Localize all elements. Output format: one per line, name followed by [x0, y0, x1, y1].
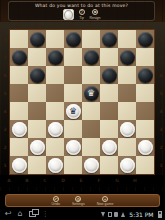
white-man[interactable]	[12, 158, 27, 173]
white-man[interactable]	[120, 122, 135, 137]
white-man[interactable]	[30, 140, 45, 155]
square-b2[interactable]	[28, 138, 46, 156]
coordinate-label: 8	[157, 30, 165, 48]
move-dialog: What do you want to do at this move? ?Ti…	[8, 1, 155, 21]
square-f4[interactable]	[100, 102, 118, 120]
coordinate-label: C	[46, 22, 64, 30]
square-b6[interactable]	[28, 66, 46, 84]
square-e5[interactable]: ♛	[82, 84, 100, 102]
resign-icon: ⚑	[92, 9, 98, 15]
rank-labels-right: 87654321	[157, 30, 165, 174]
king-crown-icon: ♛	[84, 86, 99, 101]
square-d2[interactable]	[64, 138, 82, 156]
square-a6[interactable]	[10, 66, 28, 84]
coordinate-label: 4	[157, 102, 165, 120]
white-man[interactable]	[66, 140, 81, 155]
square-f6[interactable]	[100, 66, 118, 84]
coordinate-label: G	[108, 177, 126, 185]
android-navbar: ↩ ⌂ ⋮ 5:31 PM	[0, 208, 165, 220]
dialog-options: ?Tip⚑Resign	[9, 9, 154, 20]
square-h5[interactable]	[136, 84, 154, 102]
coordinate-label: F	[90, 177, 108, 185]
coordinate-label: E	[82, 22, 100, 30]
square-e3[interactable]	[82, 120, 100, 138]
coordinate-label: H	[136, 22, 154, 30]
square-h6[interactable]	[136, 66, 154, 84]
white-man[interactable]	[48, 158, 63, 173]
coordinate-label: E	[72, 177, 90, 185]
square-c8[interactable]	[46, 30, 64, 48]
black-man[interactable]	[12, 50, 27, 65]
square-h4[interactable]	[136, 102, 154, 120]
square-a2[interactable]	[10, 138, 28, 156]
back-button[interactable]: ↩	[5, 209, 12, 219]
tip-button[interactable]: ?Tip	[79, 9, 85, 20]
coordinate-label: B	[18, 177, 36, 185]
coordinate-label: 2	[0, 138, 10, 156]
square-e4[interactable]	[82, 102, 100, 120]
square-g6[interactable]	[118, 66, 136, 84]
coordinate-label: 5	[157, 84, 165, 102]
square-g7[interactable]	[118, 48, 136, 66]
black-man[interactable]	[66, 32, 81, 47]
square-e7[interactable]	[82, 48, 100, 66]
square-h2[interactable]	[136, 138, 154, 156]
resign-button[interactable]: ⚑Resign	[90, 9, 101, 20]
square-d7[interactable]	[64, 48, 82, 66]
coordinate-label: 4	[0, 102, 10, 120]
battery-icon	[158, 211, 162, 218]
coordinate-label: H	[126, 177, 144, 185]
coordinate-label: A	[0, 177, 18, 185]
king-crown-icon: ♛	[66, 104, 81, 119]
toolbar-label: Undo	[52, 202, 60, 206]
square-h3[interactable]	[136, 120, 154, 138]
square-d6[interactable]	[64, 66, 82, 84]
coordinate-label: C	[36, 177, 54, 185]
square-h7[interactable]	[136, 48, 154, 66]
square-c2[interactable]	[46, 138, 64, 156]
square-g1[interactable]	[118, 156, 136, 174]
bottom-area: ↶Undo⚙Settings+New game ↩ ⌂ ⋮ 5:31 PM	[0, 191, 165, 220]
white-king[interactable]: ♛	[66, 104, 81, 119]
square-c6[interactable]	[46, 66, 64, 84]
white-man[interactable]	[102, 140, 117, 155]
notification-status-icon	[114, 212, 118, 217]
square-f5[interactable]	[100, 84, 118, 102]
dimmed-background: What do you want to do at this move? ?Ti…	[0, 0, 165, 22]
coordinate-label: A	[10, 22, 28, 30]
recents-button[interactable]	[29, 211, 36, 217]
square-d3[interactable]	[64, 120, 82, 138]
undo-button[interactable]: ↶Undo	[52, 196, 60, 206]
coordinate-label: 1	[0, 156, 10, 174]
coordinate-label: 6	[157, 66, 165, 84]
square-h1[interactable]	[136, 156, 154, 174]
square-e8[interactable]	[82, 30, 100, 48]
game-toolbar: ↶Undo⚙Settings+New game	[5, 194, 160, 207]
square-b4[interactable]	[28, 102, 46, 120]
coordinate-label: 7	[157, 48, 165, 66]
settings-button[interactable]: ⚙Settings	[72, 196, 85, 206]
black-man[interactable]	[120, 50, 135, 65]
new-game-button[interactable]: +New game	[97, 196, 114, 206]
square-a4[interactable]	[10, 102, 28, 120]
square-e2[interactable]	[82, 138, 100, 156]
square-b5[interactable]	[28, 84, 46, 102]
square-d4[interactable]: ♛	[64, 102, 82, 120]
black-man[interactable]	[102, 68, 117, 83]
option-label: Tip	[79, 16, 84, 20]
coordinate-label: D	[64, 22, 82, 30]
black-man[interactable]	[138, 32, 153, 47]
toolbar-label: New game	[97, 202, 114, 206]
square-a8[interactable]	[10, 30, 28, 48]
square-c1[interactable]	[46, 156, 64, 174]
square-f2[interactable]	[100, 138, 118, 156]
white-man[interactable]	[48, 122, 63, 137]
white-man[interactable]	[138, 140, 153, 155]
dialog-title: What do you want to do at this move?	[9, 3, 154, 8]
dialog-piece-button[interactable]	[63, 9, 74, 20]
square-f3[interactable]	[100, 120, 118, 138]
square-b3[interactable]	[28, 120, 46, 138]
wifi-status-icon	[121, 212, 125, 217]
square-c4[interactable]	[46, 102, 64, 120]
nav-buttons: ↩ ⌂ ⋮	[5, 209, 49, 219]
coordinate-label: F	[100, 22, 118, 30]
square-c3[interactable]	[46, 120, 64, 138]
toolbar-label: Settings	[72, 202, 85, 206]
status-cluster: 5:31 PM	[101, 211, 162, 218]
square-g4[interactable]	[118, 102, 136, 120]
checkers-app-screen: What do you want to do at this move? ?Ti…	[0, 0, 165, 220]
square-g8[interactable]	[118, 30, 136, 48]
black-man[interactable]	[30, 68, 45, 83]
board-grid: ♛♛	[10, 30, 154, 174]
black-man[interactable]	[30, 32, 45, 47]
option-label: Resign	[90, 16, 101, 20]
coordinate-label: 8	[0, 30, 10, 48]
square-e6[interactable]	[82, 66, 100, 84]
white-man[interactable]	[12, 122, 27, 137]
square-c7[interactable]	[46, 48, 64, 66]
square-e1[interactable]	[82, 156, 100, 174]
coordinate-label: 1	[157, 156, 165, 174]
coordinate-label: 2	[157, 138, 165, 156]
white-man[interactable]	[84, 158, 99, 173]
clock: 5:31 PM	[129, 211, 153, 218]
square-f8[interactable]	[100, 30, 118, 48]
white-man[interactable]	[120, 158, 135, 173]
square-h8[interactable]	[136, 30, 154, 48]
square-d1[interactable]	[64, 156, 82, 174]
coordinate-label: 3	[157, 120, 165, 138]
square-a7[interactable]	[10, 48, 28, 66]
square-a3[interactable]	[10, 120, 28, 138]
rank-labels-left: 87654321	[0, 30, 10, 174]
board-frame: ABCDEFGH 87654321 87654321 ♛♛ ABCDEFGH	[0, 22, 165, 191]
square-a5[interactable]	[10, 84, 28, 102]
download-status-icon	[101, 212, 105, 217]
coordinate-label: G	[118, 22, 136, 30]
usb-status-icon	[108, 212, 112, 217]
square-g2[interactable]	[118, 138, 136, 156]
square-b1[interactable]	[28, 156, 46, 174]
black-king[interactable]: ♛	[84, 86, 99, 101]
coordinate-label: 7	[0, 48, 10, 66]
home-button[interactable]: ⌂	[18, 209, 23, 219]
square-g3[interactable]	[118, 120, 136, 138]
square-d8[interactable]	[64, 30, 82, 48]
coordinate-label: 3	[0, 120, 10, 138]
square-d5[interactable]	[64, 84, 82, 102]
square-f7[interactable]	[100, 48, 118, 66]
black-man[interactable]	[102, 32, 117, 47]
coordinate-label: 5	[0, 84, 10, 102]
white-piece-icon	[64, 10, 73, 20]
square-b8[interactable]	[28, 30, 46, 48]
coordinate-label: D	[54, 177, 72, 185]
square-b7[interactable]	[28, 48, 46, 66]
square-c5[interactable]	[46, 84, 64, 102]
coordinate-label: B	[28, 22, 46, 30]
square-f1[interactable]	[100, 156, 118, 174]
square-a1[interactable]	[10, 156, 28, 174]
black-man[interactable]	[84, 50, 99, 65]
coordinate-label: 6	[0, 66, 10, 84]
tip-icon: ?	[79, 9, 85, 15]
file-labels-top: ABCDEFGH	[10, 22, 154, 30]
square-g5[interactable]	[118, 84, 136, 102]
file-labels-bottom: ABCDEFGH	[0, 175, 165, 187]
black-man[interactable]	[138, 68, 153, 83]
black-man[interactable]	[48, 50, 63, 65]
menu-icon[interactable]: ⋮	[42, 210, 49, 218]
